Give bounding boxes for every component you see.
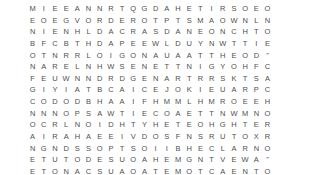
grid-cell[interactable]: T bbox=[117, 108, 128, 120]
grid-cell[interactable]: N bbox=[83, 3, 94, 15]
grid-cell[interactable]: O bbox=[262, 166, 273, 175]
grid-cell[interactable]: A bbox=[161, 73, 172, 85]
grid-cell[interactable]: H bbox=[240, 61, 251, 73]
grid-cell[interactable]: L bbox=[72, 61, 83, 73]
grid-cell[interactable]: F bbox=[251, 61, 262, 73]
grid-cell[interactable]: O bbox=[139, 15, 150, 27]
grid-cell[interactable]: U bbox=[117, 154, 128, 166]
grid-cell[interactable]: C bbox=[206, 143, 217, 155]
grid-cell[interactable]: O bbox=[240, 131, 251, 143]
grid-cell[interactable]: T bbox=[161, 61, 172, 73]
grid-cell[interactable]: N bbox=[240, 166, 251, 175]
grid-cell[interactable]: D bbox=[94, 38, 105, 50]
grid-cell[interactable]: R bbox=[72, 50, 83, 62]
grid-cell[interactable]: H bbox=[240, 26, 251, 38]
grid-cell[interactable]: A bbox=[139, 166, 150, 175]
grid-cell[interactable]: O bbox=[262, 108, 273, 120]
grid-cell[interactable]: G bbox=[117, 50, 128, 62]
grid-cell[interactable]: V bbox=[128, 131, 139, 143]
grid-cell[interactable]: N bbox=[83, 61, 94, 73]
grid-cell[interactable]: M bbox=[27, 3, 38, 15]
grid-cell[interactable]: P bbox=[72, 108, 83, 120]
grid-cell[interactable]: T bbox=[117, 3, 128, 15]
grid-cell[interactable]: N bbox=[49, 50, 60, 62]
grid-cell[interactable]: E bbox=[139, 73, 150, 85]
grid-cell[interactable]: Y bbox=[139, 119, 150, 131]
grid-cell[interactable]: E bbox=[228, 166, 239, 175]
grid-cell[interactable]: C bbox=[228, 26, 239, 38]
grid-cell[interactable]: E bbox=[38, 73, 49, 85]
grid-cell[interactable]: W bbox=[217, 38, 228, 50]
grid-cell[interactable]: C bbox=[27, 96, 38, 108]
grid-cell[interactable]: N bbox=[61, 26, 72, 38]
grid-cell[interactable]: O bbox=[27, 50, 38, 62]
grid-cell[interactable]: M bbox=[172, 154, 183, 166]
grid-cell[interactable]: E bbox=[49, 15, 60, 27]
grid-cell[interactable]: R bbox=[105, 73, 116, 85]
grid-cell[interactable]: E bbox=[49, 3, 60, 15]
grid-cell[interactable]: R bbox=[172, 73, 183, 85]
grid-cell[interactable]: D bbox=[150, 3, 161, 15]
grid-cell[interactable]: D bbox=[49, 96, 60, 108]
grid-cell[interactable]: P bbox=[105, 143, 116, 155]
grid-cell[interactable]: D bbox=[94, 73, 105, 85]
grid-cell[interactable]: M bbox=[240, 108, 251, 120]
grid-cell[interactable]: O bbox=[72, 154, 83, 166]
grid-cell[interactable]: U bbox=[105, 166, 116, 175]
grid-cell[interactable]: I bbox=[61, 84, 72, 96]
grid-cell[interactable]: O bbox=[228, 61, 239, 73]
grid-cell[interactable]: R bbox=[240, 84, 251, 96]
grid-cell[interactable]: O bbox=[139, 143, 150, 155]
grid-cell[interactable]: J bbox=[161, 84, 172, 96]
grid-cell[interactable]: H bbox=[72, 26, 83, 38]
grid-cell[interactable]: E bbox=[262, 38, 273, 50]
grid-cell[interactable]: R bbox=[105, 3, 116, 15]
grid-cell[interactable]: O bbox=[240, 3, 251, 15]
grid-cell[interactable]: E bbox=[94, 154, 105, 166]
grid-cell[interactable]: A bbox=[228, 84, 239, 96]
grid-cell[interactable]: R bbox=[94, 15, 105, 27]
grid-cell[interactable]: A bbox=[139, 26, 150, 38]
grid-cell[interactable]: K bbox=[184, 84, 195, 96]
grid-cell[interactable]: S bbox=[195, 131, 206, 143]
grid-cell[interactable]: O bbox=[240, 50, 251, 62]
grid-cell[interactable]: O bbox=[83, 119, 94, 131]
grid-cell[interactable]: I bbox=[38, 26, 49, 38]
grid-cell[interactable]: L bbox=[217, 143, 228, 155]
grid-cell[interactable]: O bbox=[38, 15, 49, 27]
grid-cell[interactable]: U bbox=[217, 131, 228, 143]
grid-cell[interactable]: V bbox=[72, 15, 83, 27]
grid-cell[interactable]: I bbox=[38, 3, 49, 15]
grid-cell[interactable]: S bbox=[251, 73, 262, 85]
grid-cell[interactable]: H bbox=[150, 154, 161, 166]
grid-cell[interactable]: O bbox=[94, 143, 105, 155]
grid-cell[interactable]: O bbox=[128, 154, 139, 166]
grid-cell[interactable]: P bbox=[251, 84, 262, 96]
grid-cell[interactable]: W bbox=[105, 108, 116, 120]
grid-cell[interactable]: O bbox=[38, 96, 49, 108]
grid-cell[interactable]: T bbox=[251, 166, 262, 175]
grid-cell[interactable]: C bbox=[117, 26, 128, 38]
grid-cell[interactable]: O bbox=[184, 166, 195, 175]
grid-cell[interactable]: R bbox=[206, 73, 217, 85]
grid-cell[interactable]: B bbox=[27, 38, 38, 50]
grid-cell[interactable]: H bbox=[217, 50, 228, 62]
grid-cell[interactable]: I bbox=[38, 131, 49, 143]
grid-cell[interactable]: I bbox=[117, 131, 128, 143]
grid-cell[interactable]: H bbox=[195, 96, 206, 108]
grid-cell[interactable]: A bbox=[105, 26, 116, 38]
grid-cell[interactable]: T bbox=[228, 38, 239, 50]
grid-cell[interactable]: B bbox=[83, 96, 94, 108]
grid-cell[interactable]: F bbox=[172, 131, 183, 143]
grid-cell[interactable]: E bbox=[27, 166, 38, 175]
grid-cell[interactable]: H bbox=[150, 96, 161, 108]
grid-cell[interactable]: S bbox=[150, 26, 161, 38]
grid-cell[interactable]: A bbox=[217, 166, 228, 175]
grid-cell[interactable]: L bbox=[83, 26, 94, 38]
grid-cell[interactable]: O bbox=[262, 26, 273, 38]
grid-cell[interactable]: N bbox=[72, 119, 83, 131]
grid-cell[interactable]: S bbox=[83, 143, 94, 155]
grid-cell[interactable]: O bbox=[61, 96, 72, 108]
grid-cell[interactable]: B bbox=[94, 84, 105, 96]
grid-cell[interactable]: E bbox=[195, 143, 206, 155]
grid-cell[interactable]: T bbox=[195, 166, 206, 175]
grid-cell[interactable]: E bbox=[228, 154, 239, 166]
grid-cell[interactable]: R bbox=[217, 96, 228, 108]
grid-cell[interactable]: U bbox=[49, 154, 60, 166]
grid-cell[interactable]: R bbox=[217, 3, 228, 15]
grid-cell[interactable]: M bbox=[172, 166, 183, 175]
grid-cell[interactable]: T bbox=[61, 154, 72, 166]
grid-cell[interactable]: M bbox=[161, 96, 172, 108]
grid-cell[interactable]: N bbox=[139, 50, 150, 62]
grid-cell[interactable]: S bbox=[83, 108, 94, 120]
grid-cell[interactable]: E bbox=[117, 15, 128, 27]
grid-cell[interactable]: T bbox=[195, 108, 206, 120]
grid-cell[interactable]: E bbox=[251, 96, 262, 108]
grid-cell[interactable]: N bbox=[139, 61, 150, 73]
grid-cell[interactable]: T bbox=[150, 166, 161, 175]
grid-cell[interactable]: L bbox=[61, 119, 72, 131]
grid-cell[interactable]: I bbox=[128, 96, 139, 108]
grid-cell[interactable]: S bbox=[228, 3, 239, 15]
grid-cell[interactable]: N bbox=[83, 73, 94, 85]
grid-cell[interactable]: I bbox=[161, 143, 172, 155]
grid-cell[interactable]: D bbox=[161, 26, 172, 38]
grid-cell[interactable]: C bbox=[139, 84, 150, 96]
grid-cell[interactable]: S bbox=[105, 154, 116, 166]
grid-cell[interactable]: S bbox=[117, 61, 128, 73]
grid-cell[interactable]: H bbox=[184, 143, 195, 155]
grid-cell[interactable]: W bbox=[105, 61, 116, 73]
grid-cell[interactable]: H bbox=[94, 61, 105, 73]
grid-cell[interactable]: E bbox=[139, 38, 150, 50]
grid-cell[interactable]: T bbox=[206, 154, 217, 166]
grid-cell[interactable]: T bbox=[150, 15, 161, 27]
grid-cell[interactable]: S bbox=[128, 143, 139, 155]
grid-cell[interactable]: F bbox=[139, 96, 150, 108]
grid-cell[interactable]: E bbox=[184, 119, 195, 131]
grid-cell[interactable]: A bbox=[61, 131, 72, 143]
grid-cell[interactable]: O bbox=[195, 119, 206, 131]
grid-cell[interactable]: T bbox=[251, 26, 262, 38]
grid-cell[interactable]: H bbox=[117, 119, 128, 131]
grid-cell[interactable]: N bbox=[27, 143, 38, 155]
grid-cell[interactable]: C bbox=[49, 38, 60, 50]
grid-cell[interactable]: E bbox=[251, 119, 262, 131]
grid-cell[interactable]: L bbox=[83, 50, 94, 62]
grid-cell[interactable]: V bbox=[217, 154, 228, 166]
grid-cell[interactable]: R bbox=[262, 131, 273, 143]
grid-cell[interactable]: C bbox=[262, 84, 273, 96]
grid-cell[interactable]: T bbox=[184, 73, 195, 85]
grid-cell[interactable]: " bbox=[262, 154, 273, 166]
grid-cell[interactable]: O bbox=[61, 108, 72, 120]
grid-cell[interactable]: S bbox=[72, 143, 83, 155]
grid-cell[interactable]: N bbox=[262, 15, 273, 27]
grid-cell[interactable]: W bbox=[228, 108, 239, 120]
grid-cell[interactable]: D bbox=[105, 119, 116, 131]
grid-cell[interactable]: G bbox=[184, 154, 195, 166]
grid-cell[interactable]: N bbox=[184, 131, 195, 143]
grid-cell[interactable]: A bbox=[150, 50, 161, 62]
grid-cell[interactable]: G bbox=[61, 15, 72, 27]
grid-cell[interactable]: E bbox=[150, 84, 161, 96]
grid-cell[interactable]: A bbox=[262, 73, 273, 85]
grid-cell[interactable]: G bbox=[139, 3, 150, 15]
grid-cell[interactable]: G bbox=[27, 84, 38, 96]
grid-cell[interactable]: E bbox=[150, 61, 161, 73]
grid-cell[interactable]: O bbox=[172, 84, 183, 96]
grid-cell[interactable]: M bbox=[195, 15, 206, 27]
grid-cell[interactable]: A bbox=[184, 50, 195, 62]
grid-cell[interactable]: A bbox=[27, 131, 38, 143]
grid-cell[interactable]: C bbox=[105, 84, 116, 96]
grid-cell[interactable]: S bbox=[184, 15, 195, 27]
grid-cell[interactable]: T bbox=[195, 3, 206, 15]
grid-cell[interactable]: G bbox=[38, 143, 49, 155]
grid-cell[interactable]: O bbox=[83, 15, 94, 27]
grid-cell[interactable]: E bbox=[27, 15, 38, 27]
grid-cell[interactable]: R bbox=[262, 119, 273, 131]
grid-cell[interactable]: H bbox=[94, 96, 105, 108]
grid-cell[interactable]: E bbox=[128, 38, 139, 50]
grid-cell[interactable]: F bbox=[27, 73, 38, 85]
grid-cell[interactable]: H bbox=[206, 119, 217, 131]
grid-cell[interactable]: A bbox=[94, 108, 105, 120]
grid-cell[interactable]: U bbox=[184, 38, 195, 50]
grid-cell[interactable]: " bbox=[262, 50, 273, 62]
grid-cell[interactable]: A bbox=[72, 84, 83, 96]
grid-cell[interactable]: R bbox=[128, 15, 139, 27]
grid-cell[interactable]: N bbox=[72, 73, 83, 85]
grid-cell[interactable]: I bbox=[195, 61, 206, 73]
grid-cell[interactable]: N bbox=[27, 26, 38, 38]
grid-cell[interactable]: N bbox=[27, 61, 38, 73]
grid-cell[interactable]: Y bbox=[195, 38, 206, 50]
grid-cell[interactable]: A bbox=[117, 166, 128, 175]
grid-cell[interactable]: T bbox=[172, 61, 183, 73]
grid-cell[interactable]: T bbox=[240, 119, 251, 131]
grid-cell[interactable]: G bbox=[128, 73, 139, 85]
grid-cell[interactable]: O bbox=[206, 26, 217, 38]
grid-cell[interactable]: U bbox=[49, 73, 60, 85]
grid-cell[interactable]: A bbox=[172, 108, 183, 120]
grid-cell[interactable]: N bbox=[61, 166, 72, 175]
grid-cell[interactable]: N bbox=[94, 3, 105, 15]
grid-cell[interactable]: N bbox=[251, 143, 262, 155]
grid-cell[interactable]: D bbox=[105, 15, 116, 27]
grid-cell[interactable]: A bbox=[228, 143, 239, 155]
grid-cell[interactable]: T bbox=[240, 73, 251, 85]
grid-cell[interactable]: I bbox=[206, 3, 217, 15]
grid-cell[interactable]: C bbox=[206, 166, 217, 175]
grid-cell[interactable]: X bbox=[251, 131, 262, 143]
grid-cell[interactable]: O bbox=[262, 3, 273, 15]
grid-cell[interactable]: G bbox=[206, 61, 217, 73]
grid-cell[interactable]: A bbox=[172, 26, 183, 38]
grid-cell[interactable]: A bbox=[117, 96, 128, 108]
grid-cell[interactable]: D bbox=[94, 26, 105, 38]
grid-cell[interactable]: Y bbox=[49, 84, 60, 96]
grid-cell[interactable]: D bbox=[72, 96, 83, 108]
grid-cell[interactable]: O bbox=[217, 15, 228, 27]
grid-cell[interactable]: E bbox=[206, 84, 217, 96]
grid-cell[interactable]: N bbox=[240, 15, 251, 27]
grid-cell[interactable]: C bbox=[150, 108, 161, 120]
grid-cell[interactable]: N bbox=[184, 61, 195, 73]
grid-cell[interactable]: A bbox=[139, 154, 150, 166]
grid-cell[interactable]: W bbox=[61, 73, 72, 85]
grid-cell[interactable]: I bbox=[128, 108, 139, 120]
grid-cell[interactable]: B bbox=[172, 143, 183, 155]
grid-cell[interactable]: T bbox=[38, 154, 49, 166]
grid-cell[interactable]: E bbox=[94, 131, 105, 143]
grid-cell[interactable]: H bbox=[172, 3, 183, 15]
grid-cell[interactable]: E bbox=[49, 26, 60, 38]
grid-cell[interactable]: H bbox=[228, 119, 239, 131]
grid-cell[interactable]: N bbox=[217, 108, 228, 120]
grid-cell[interactable]: P bbox=[161, 15, 172, 27]
grid-cell[interactable]: W bbox=[240, 154, 251, 166]
grid-cell[interactable]: B bbox=[61, 38, 72, 50]
grid-cell[interactable]: C bbox=[262, 61, 273, 73]
grid-cell[interactable]: I bbox=[195, 84, 206, 96]
grid-cell[interactable]: C bbox=[38, 119, 49, 131]
grid-cell[interactable]: R bbox=[49, 61, 60, 73]
grid-cell[interactable]: D bbox=[172, 38, 183, 50]
grid-cell[interactable]: O bbox=[128, 166, 139, 175]
grid-cell[interactable]: R bbox=[206, 131, 217, 143]
grid-cell[interactable]: T bbox=[206, 108, 217, 120]
grid-cell[interactable]: L bbox=[251, 15, 262, 27]
grid-cell[interactable]: T bbox=[72, 38, 83, 50]
grid-cell[interactable]: N bbox=[27, 108, 38, 120]
grid-cell[interactable]: D bbox=[139, 131, 150, 143]
grid-cell[interactable]: T bbox=[83, 84, 94, 96]
grid-cell[interactable]: D bbox=[117, 73, 128, 85]
grid-cell[interactable]: Q bbox=[128, 3, 139, 15]
grid-cell[interactable]: T bbox=[117, 143, 128, 155]
grid-cell[interactable]: I bbox=[105, 50, 116, 62]
grid-cell[interactable]: L bbox=[184, 96, 195, 108]
grid-cell[interactable]: A bbox=[251, 154, 262, 166]
grid-cell[interactable]: D bbox=[61, 143, 72, 155]
grid-cell[interactable]: A bbox=[72, 3, 83, 15]
grid-cell[interactable]: A bbox=[206, 15, 217, 27]
grid-cell[interactable]: O bbox=[161, 108, 172, 120]
grid-cell[interactable]: D bbox=[83, 154, 94, 166]
grid-cell[interactable]: E bbox=[61, 61, 72, 73]
grid-cell[interactable]: N bbox=[184, 26, 195, 38]
grid-cell[interactable]: A bbox=[83, 131, 94, 143]
grid-cell[interactable]: U bbox=[161, 50, 172, 62]
grid-cell[interactable]: I bbox=[94, 119, 105, 131]
grid-cell[interactable]: E bbox=[184, 3, 195, 15]
grid-cell[interactable]: G bbox=[217, 119, 228, 131]
grid-cell[interactable]: S bbox=[161, 131, 172, 143]
grid-cell[interactable]: O bbox=[27, 119, 38, 131]
grid-cell[interactable]: H bbox=[150, 119, 161, 131]
grid-cell[interactable]: L bbox=[161, 38, 172, 50]
grid-cell[interactable]: N bbox=[38, 108, 49, 120]
grid-cell[interactable]: E bbox=[105, 131, 116, 143]
grid-cell[interactable]: A bbox=[105, 96, 116, 108]
grid-cell[interactable]: S bbox=[217, 73, 228, 85]
grid-cell[interactable]: A bbox=[105, 38, 116, 50]
grid-cell[interactable]: E bbox=[195, 26, 206, 38]
grid-cell[interactable]: N bbox=[49, 108, 60, 120]
grid-cell[interactable]: W bbox=[228, 15, 239, 27]
grid-cell[interactable]: E bbox=[139, 108, 150, 120]
grid-cell[interactable]: T bbox=[228, 131, 239, 143]
grid-cell[interactable]: K bbox=[228, 73, 239, 85]
grid-cell[interactable]: E bbox=[240, 96, 251, 108]
grid-cell[interactable]: N bbox=[217, 26, 228, 38]
grid-cell[interactable]: E bbox=[161, 119, 172, 131]
grid-cell[interactable]: M bbox=[206, 96, 217, 108]
grid-cell[interactable]: E bbox=[184, 108, 195, 120]
grid-cell[interactable]: R bbox=[128, 26, 139, 38]
grid-cell[interactable]: T bbox=[172, 15, 183, 27]
grid-cell[interactable]: N bbox=[206, 38, 217, 50]
grid-cell[interactable]: Y bbox=[217, 61, 228, 73]
grid-cell[interactable]: N bbox=[251, 108, 262, 120]
grid-cell[interactable]: R bbox=[240, 143, 251, 155]
grid-cell[interactable]: H bbox=[83, 38, 94, 50]
grid-cell[interactable]: M bbox=[172, 96, 183, 108]
grid-cell[interactable]: O bbox=[128, 50, 139, 62]
grid-cell[interactable]: I bbox=[128, 84, 139, 96]
grid-cell[interactable]: E bbox=[128, 61, 139, 73]
grid-cell[interactable]: R bbox=[61, 50, 72, 62]
grid-cell[interactable]: O bbox=[150, 131, 161, 143]
grid-cell[interactable]: A bbox=[161, 3, 172, 15]
grid-cell[interactable]: N bbox=[49, 143, 60, 155]
grid-cell[interactable]: F bbox=[38, 38, 49, 50]
grid-cell[interactable]: I bbox=[251, 38, 262, 50]
grid-cell[interactable]: O bbox=[228, 96, 239, 108]
grid-cell[interactable]: T bbox=[128, 119, 139, 131]
grid-cell[interactable]: E bbox=[161, 154, 172, 166]
grid-cell[interactable]: R bbox=[49, 119, 60, 131]
grid-cell[interactable]: C bbox=[83, 166, 94, 175]
grid-cell[interactable]: H bbox=[72, 131, 83, 143]
